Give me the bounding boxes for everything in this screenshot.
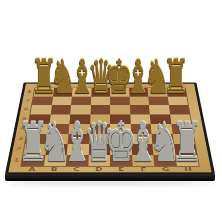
- board-shadow: [9, 181, 211, 185]
- piece-black-rook-h8[interactable]: ♜: [163, 53, 190, 100]
- piece-white-rook-h1[interactable]: ♜: [171, 115, 202, 170]
- product-photo: ABCDEFGH 87654321 ♜♞♝♛♚♝♞♜♜♞♝♛♚♝♞♜: [0, 0, 222, 222]
- pieces-layer: ♜♞♝♛♚♝♞♜♜♞♝♛♚♝♞♜: [0, 0, 222, 222]
- board-front-edge: [5, 174, 215, 181]
